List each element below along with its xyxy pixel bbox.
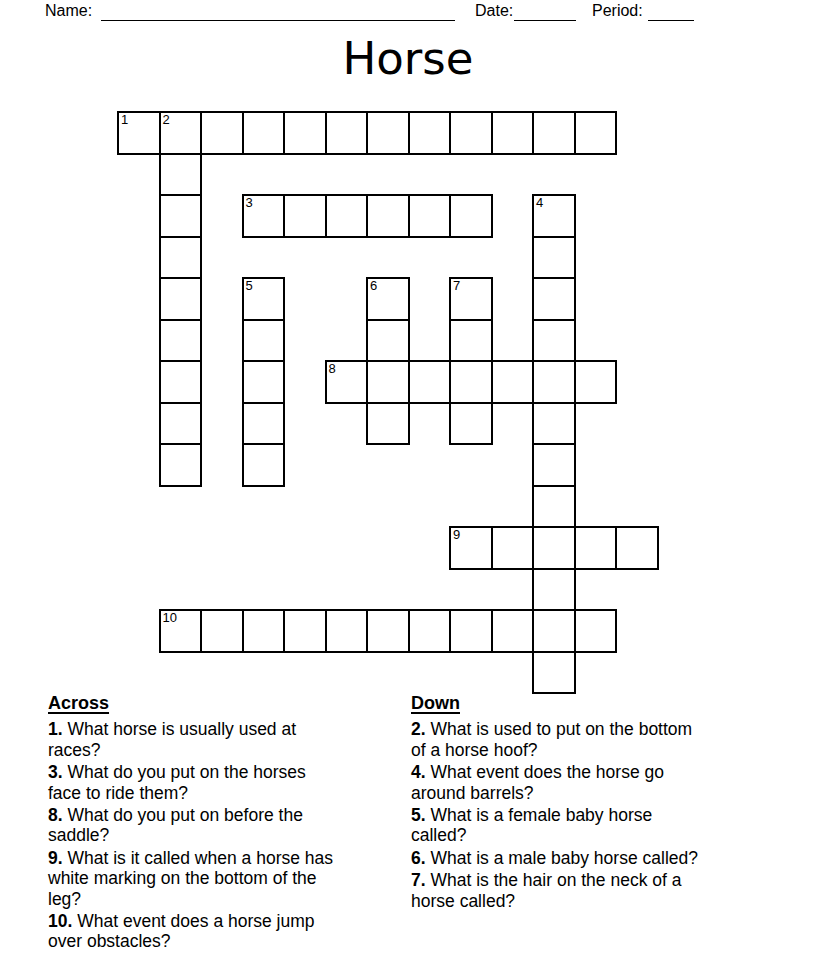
clue-number: 9	[453, 528, 460, 542]
clue-down-6: 6. What is a male baby horse called?	[411, 848, 767, 868]
grid-cell[interactable]	[615, 526, 659, 570]
grid-cell[interactable]	[408, 194, 452, 238]
date-input-line[interactable]	[514, 2, 576, 21]
grid-cell[interactable]: 9	[449, 526, 493, 570]
grid-cell[interactable]	[366, 194, 410, 238]
grid-cell[interactable]: 3	[242, 194, 286, 238]
down-clues-section: Down 2. What is used to put on the botto…	[411, 693, 767, 913]
clue-text: What is it called when a horse has white…	[48, 848, 333, 909]
grid-cell[interactable]	[532, 111, 576, 155]
clue-down-7: 7. What is the hair on the neck of a hor…	[411, 870, 767, 911]
clue-down-4: 4. What event does the horse go around b…	[411, 762, 767, 803]
grid-cell[interactable]	[574, 360, 618, 404]
clue-text: What do you put on before the saddle?	[48, 805, 303, 845]
clue-number: 1	[121, 113, 128, 127]
grid-cell[interactable]	[159, 443, 203, 487]
grid-cell[interactable]	[200, 609, 244, 653]
clue-text: What do you put on the horses face to ri…	[48, 762, 306, 802]
grid-cell[interactable]	[449, 111, 493, 155]
grid-cell[interactable]	[325, 111, 369, 155]
clue-number-label: 2.	[411, 719, 430, 739]
grid-cell[interactable]	[408, 360, 452, 404]
grid-cell[interactable]	[242, 402, 286, 446]
grid-cell[interactable]	[325, 194, 369, 238]
grid-cell[interactable]: 8	[325, 360, 369, 404]
grid-cell[interactable]	[159, 360, 203, 404]
name-input-line[interactable]	[101, 2, 455, 21]
grid-cell[interactable]	[366, 360, 410, 404]
clue-number-label: 4.	[411, 762, 430, 782]
clue-number: 8	[329, 362, 336, 376]
clue-text: What event does the horse go around barr…	[411, 762, 664, 802]
clue-down-2: 2. What is used to put on the bottom of …	[411, 719, 767, 760]
clue-text: What event does a horse jump over obstac…	[48, 911, 315, 951]
grid-cell[interactable]	[366, 609, 410, 653]
grid-cell[interactable]: 1	[117, 111, 161, 155]
grid-cell[interactable]: 2	[159, 111, 203, 155]
grid-cell[interactable]	[242, 111, 286, 155]
grid-cell[interactable]	[491, 609, 535, 653]
grid-cell[interactable]	[159, 319, 203, 363]
grid-cell[interactable]	[449, 194, 493, 238]
grid-cell[interactable]	[449, 402, 493, 446]
grid-cell[interactable]	[532, 319, 576, 363]
grid-cell[interactable]	[159, 277, 203, 321]
date-label: Date:	[475, 2, 513, 20]
grid-cell[interactable]	[159, 153, 203, 197]
clue-across-8: 8. What do you put on before the saddle?	[48, 805, 400, 846]
grid-cell[interactable]	[366, 319, 410, 363]
clue-number: 6	[370, 279, 377, 293]
grid-cell[interactable]	[200, 111, 244, 155]
clue-text: What is the hair on the neck of a horse …	[411, 870, 681, 910]
clue-text: What horse is usually used at races?	[48, 719, 296, 759]
clue-across-3: 3. What do you put on the horses face to…	[48, 762, 400, 803]
grid-cell[interactable]	[449, 609, 493, 653]
grid-cell[interactable]: 4	[532, 194, 576, 238]
clue-number: 7	[453, 279, 460, 293]
grid-cell[interactable]	[532, 402, 576, 446]
worksheet-page: { "header": { "name_label": "Name:", "da…	[0, 0, 816, 957]
grid-cell[interactable]	[283, 111, 327, 155]
clue-down-5: 5. What is a female baby horse called?	[411, 805, 767, 846]
grid-cell[interactable]	[532, 485, 576, 529]
grid-cell[interactable]	[242, 319, 286, 363]
across-clue-list: 1. What horse is usually used at races?3…	[48, 719, 400, 951]
grid-cell[interactable]	[159, 236, 203, 280]
grid-cell[interactable]	[283, 609, 327, 653]
down-clue-list: 2. What is used to put on the bottom of …	[411, 719, 767, 911]
clue-text: What is used to put on the bottom of a h…	[411, 719, 692, 759]
grid-cell[interactable]	[532, 236, 576, 280]
grid-cell[interactable]	[159, 402, 203, 446]
period-label: Period:	[592, 2, 643, 20]
clue-number-label: 7.	[411, 870, 430, 890]
grid-cell[interactable]	[532, 443, 576, 487]
name-label: Name:	[45, 2, 92, 20]
clue-number-label: 8.	[48, 805, 67, 825]
down-heading: Down	[411, 693, 767, 713]
clue-across-9: 9. What is it called when a horse has wh…	[48, 848, 400, 909]
clue-number: 10	[163, 611, 177, 625]
grid-cell[interactable]	[532, 360, 576, 404]
grid-cell[interactable]	[491, 526, 535, 570]
clue-across-1: 1. What horse is usually used at races?	[48, 719, 400, 760]
grid-cell[interactable]	[242, 360, 286, 404]
grid-cell[interactable]	[491, 111, 535, 155]
clue-text: What is a female baby horse called?	[411, 805, 652, 845]
grid-cell[interactable]	[242, 609, 286, 653]
grid-cell[interactable]	[574, 609, 618, 653]
grid-cell[interactable]	[449, 319, 493, 363]
grid-cell[interactable]	[491, 360, 535, 404]
page-title: Horse	[0, 33, 816, 85]
clue-number-label: 10.	[48, 911, 77, 931]
clue-number-label: 6.	[411, 848, 430, 868]
grid-cell[interactable]	[283, 194, 327, 238]
grid-cell[interactable]	[574, 526, 618, 570]
grid-cell[interactable]	[159, 194, 203, 238]
grid-cell[interactable]	[366, 402, 410, 446]
grid-cell[interactable]	[408, 111, 452, 155]
grid-cell[interactable]	[532, 526, 576, 570]
grid-cell[interactable]	[532, 568, 576, 612]
clue-number: 5	[246, 279, 253, 293]
grid-cell[interactable]: 6	[366, 277, 410, 321]
grid-cell[interactable]	[242, 443, 286, 487]
clue-number: 2	[163, 113, 170, 127]
clue-number: 3	[246, 196, 253, 210]
across-clues-section: Across 1. What horse is usually used at …	[48, 693, 400, 954]
grid-cell[interactable]: 10	[159, 609, 203, 653]
clue-number-label: 1.	[48, 719, 67, 739]
clue-number: 4	[536, 196, 543, 210]
grid-cell[interactable]	[532, 651, 576, 695]
grid-cell[interactable]	[366, 111, 410, 155]
grid-cell[interactable]	[532, 277, 576, 321]
grid-cell[interactable]: 5	[242, 277, 286, 321]
period-input-line[interactable]	[648, 2, 694, 21]
grid-cell[interactable]	[325, 609, 369, 653]
clue-across-10: 10. What event does a horse jump over ob…	[48, 911, 400, 952]
clue-text: What is a male baby horse called?	[430, 848, 698, 868]
crossword-grid: 12345678910	[117, 111, 659, 695]
grid-cell[interactable]: 7	[449, 277, 493, 321]
grid-cell[interactable]	[574, 111, 618, 155]
grid-cell[interactable]	[532, 609, 576, 653]
clue-number-label: 3.	[48, 762, 67, 782]
grid-cell[interactable]	[449, 360, 493, 404]
clue-number-label: 9.	[48, 848, 67, 868]
across-heading: Across	[48, 693, 400, 713]
grid-cell[interactable]	[408, 609, 452, 653]
clue-number-label: 5.	[411, 805, 430, 825]
